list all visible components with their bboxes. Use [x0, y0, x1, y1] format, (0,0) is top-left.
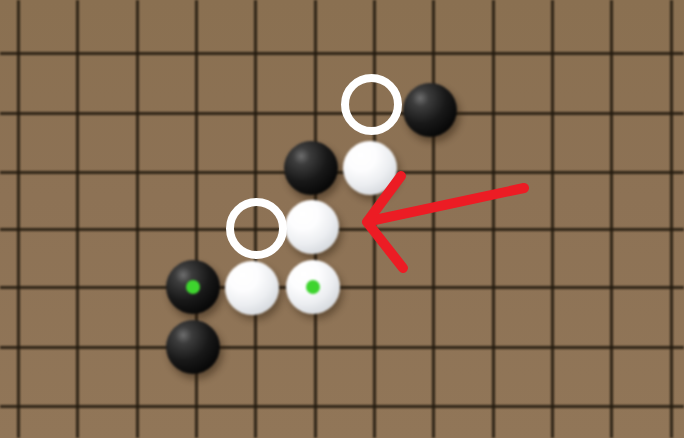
grid-line-vertical: [551, 0, 554, 438]
go-app-screenshot: [0, 0, 684, 438]
grid-line-vertical: [373, 0, 376, 438]
grid-line-vertical: [136, 0, 139, 438]
grid-line-horizontal: [0, 52, 684, 55]
black-stone[interactable]: [284, 141, 338, 195]
black-stone[interactable]: [403, 83, 457, 137]
white-stone[interactable]: [286, 260, 340, 314]
grid-line-vertical: [670, 0, 673, 438]
grid-line-horizontal: [0, 405, 684, 408]
circle-marker: [341, 74, 402, 135]
circle-marker: [226, 198, 287, 259]
arrow-annotation: [0, 0, 684, 438]
grid-line-horizontal: [0, 286, 684, 289]
grid-line-vertical: [432, 0, 435, 438]
white-stone[interactable]: [343, 141, 397, 195]
grid-line-vertical: [17, 0, 20, 438]
grid-line-horizontal: [0, 171, 684, 174]
white-stone[interactable]: [225, 261, 279, 315]
white-stone[interactable]: [285, 200, 339, 254]
grid-line-horizontal: [0, 346, 684, 349]
green-dot-marker: [186, 280, 200, 294]
grid-line-horizontal: [0, 228, 684, 231]
black-stone[interactable]: [166, 260, 220, 314]
arrow-stroke: [370, 188, 524, 221]
grid-line-vertical: [610, 0, 613, 438]
black-stone[interactable]: [166, 320, 220, 374]
green-dot-marker: [306, 280, 320, 294]
grid-line-vertical: [76, 0, 79, 438]
grid-line-vertical: [492, 0, 495, 438]
